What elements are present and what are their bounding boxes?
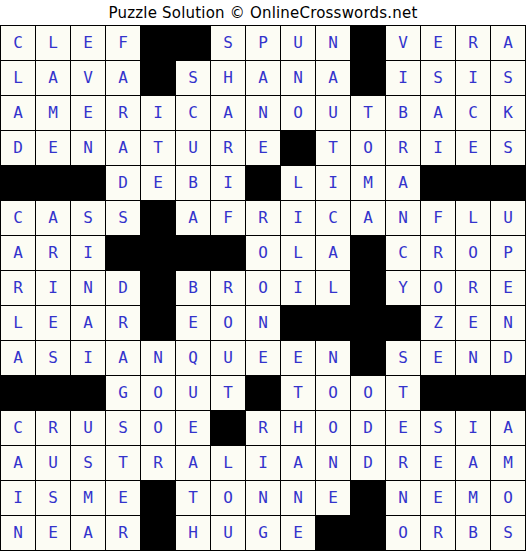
page-title: Puzzle Solution © OnlineCrosswords.net — [0, 0, 526, 25]
letter-cell-r3c11: T — [351, 96, 385, 130]
letter-cell-r6c6: A — [176, 201, 210, 235]
letter-cell-r1c9: U — [281, 26, 315, 60]
letter-cell-r8c7: R — [211, 271, 245, 305]
letter-cell-r7c15: P — [491, 236, 525, 270]
letter-cell-r1c2: L — [36, 26, 70, 60]
block-cell-r5c8 — [246, 166, 280, 200]
letter-cell-r11c9: T — [281, 376, 315, 410]
letter-cell-r3c13: A — [421, 96, 455, 130]
letter-cell-r13c14: A — [456, 446, 490, 480]
letter-cell-r12c13: S — [421, 411, 455, 445]
block-cell-r11c8 — [246, 376, 280, 410]
letter-cell-r15c2: E — [36, 516, 70, 550]
block-cell-r1c6 — [176, 26, 210, 60]
letter-cell-r6c4: S — [106, 201, 140, 235]
block-cell-r5c1 — [1, 166, 35, 200]
block-cell-r11c14 — [456, 376, 490, 410]
block-cell-r14c5 — [141, 481, 175, 515]
letter-cell-r8c6: B — [176, 271, 210, 305]
letter-cell-r7c10: A — [316, 236, 350, 270]
letter-cell-r4c11: O — [351, 131, 385, 165]
letter-cell-r6c8: R — [246, 201, 280, 235]
crossword-grid: CLEFSPUNVERALAVASHANAISISAMERICANOUTBACK… — [0, 25, 526, 551]
letter-cell-r6c2: A — [36, 201, 70, 235]
letter-cell-r14c4: E — [106, 481, 140, 515]
letter-cell-r4c14: E — [456, 131, 490, 165]
letter-cell-r10c3: I — [71, 341, 105, 375]
letter-cell-r1c10: N — [316, 26, 350, 60]
letter-cell-r10c7: U — [211, 341, 245, 375]
letter-cell-r12c1: C — [1, 411, 35, 445]
letter-cell-r13c8: I — [246, 446, 280, 480]
block-cell-r8c11 — [351, 271, 385, 305]
letter-cell-r1c13: E — [421, 26, 455, 60]
letter-cell-r3c14: C — [456, 96, 490, 130]
letter-cell-r1c14: R — [456, 26, 490, 60]
letter-cell-r6c11: A — [351, 201, 385, 235]
letter-cell-r13c11: D — [351, 446, 385, 480]
letter-cell-r9c1: L — [1, 306, 35, 340]
letter-cell-r5c7: I — [211, 166, 245, 200]
block-cell-r7c7 — [211, 236, 245, 270]
letter-cell-r2c2: A — [36, 61, 70, 95]
letter-cell-r13c9: A — [281, 446, 315, 480]
letter-cell-r3c10: U — [316, 96, 350, 130]
letter-cell-r4c5: T — [141, 131, 175, 165]
letter-cell-r3c12: B — [386, 96, 420, 130]
letter-cell-r8c15: E — [491, 271, 525, 305]
letter-cell-r13c10: N — [316, 446, 350, 480]
letter-cell-r5c9: L — [281, 166, 315, 200]
letter-cell-r1c7: S — [211, 26, 245, 60]
letter-cell-r2c13: S — [421, 61, 455, 95]
letter-cell-r13c1: A — [1, 446, 35, 480]
block-cell-r9c11 — [351, 306, 385, 340]
letter-cell-r15c4: R — [106, 516, 140, 550]
letter-cell-r3c5: I — [141, 96, 175, 130]
block-cell-r7c4 — [106, 236, 140, 270]
letter-cell-r7c3: I — [71, 236, 105, 270]
block-cell-r9c10 — [316, 306, 350, 340]
letter-cell-r8c3: N — [71, 271, 105, 305]
letter-cell-r13c13: E — [421, 446, 455, 480]
letter-cell-r12c11: D — [351, 411, 385, 445]
letter-cell-r1c3: E — [71, 26, 105, 60]
block-cell-r15c10 — [316, 516, 350, 550]
letter-cell-r8c13: O — [421, 271, 455, 305]
letter-cell-r9c3: A — [71, 306, 105, 340]
letter-cell-r11c7: T — [211, 376, 245, 410]
letter-cell-r14c8: N — [246, 481, 280, 515]
letter-cell-r7c12: C — [386, 236, 420, 270]
letter-cell-r12c12: E — [386, 411, 420, 445]
letter-cell-r5c10: I — [316, 166, 350, 200]
letter-cell-r3c1: A — [1, 96, 35, 130]
letter-cell-r1c1: C — [1, 26, 35, 60]
letter-cell-r13c4: T — [106, 446, 140, 480]
block-cell-r9c5 — [141, 306, 175, 340]
block-cell-r6c5 — [141, 201, 175, 235]
letter-cell-r6c3: S — [71, 201, 105, 235]
letter-cell-r10c14: N — [456, 341, 490, 375]
letter-cell-r3c2: M — [36, 96, 70, 130]
letter-cell-r12c6: E — [176, 411, 210, 445]
letter-cell-r11c12: T — [386, 376, 420, 410]
letter-cell-r14c12: N — [386, 481, 420, 515]
letter-cell-r13c2: U — [36, 446, 70, 480]
letter-cell-r6c1: C — [1, 201, 35, 235]
letter-cell-r4c15: S — [491, 131, 525, 165]
letter-cell-r9c15: N — [491, 306, 525, 340]
letter-cell-r13c3: S — [71, 446, 105, 480]
letter-cell-r11c6: U — [176, 376, 210, 410]
letter-cell-r10c4: A — [106, 341, 140, 375]
letter-cell-r5c6: B — [176, 166, 210, 200]
letter-cell-r13c15: M — [491, 446, 525, 480]
block-cell-r10c11 — [351, 341, 385, 375]
letter-cell-r6c14: L — [456, 201, 490, 235]
letter-cell-r10c15: D — [491, 341, 525, 375]
letter-cell-r4c4: A — [106, 131, 140, 165]
letter-cell-r7c14: O — [456, 236, 490, 270]
letter-cell-r6c12: N — [386, 201, 420, 235]
block-cell-r4c9 — [281, 131, 315, 165]
block-cell-r1c11 — [351, 26, 385, 60]
letter-cell-r7c2: R — [36, 236, 70, 270]
letter-cell-r2c12: I — [386, 61, 420, 95]
block-cell-r7c11 — [351, 236, 385, 270]
block-cell-r7c5 — [141, 236, 175, 270]
letter-cell-r9c8: N — [246, 306, 280, 340]
letter-cell-r10c5: N — [141, 341, 175, 375]
letter-cell-r8c10: L — [316, 271, 350, 305]
letter-cell-r11c5: O — [141, 376, 175, 410]
letter-cell-r3c7: A — [211, 96, 245, 130]
letter-cell-r15c12: O — [386, 516, 420, 550]
letter-cell-r12c8: R — [246, 411, 280, 445]
letter-cell-r12c4: S — [106, 411, 140, 445]
letter-cell-r12c5: O — [141, 411, 175, 445]
letter-cell-r5c11: M — [351, 166, 385, 200]
letter-cell-r4c13: I — [421, 131, 455, 165]
block-cell-r5c3 — [71, 166, 105, 200]
letter-cell-r7c1: A — [1, 236, 35, 270]
letter-cell-r8c2: I — [36, 271, 70, 305]
block-cell-r5c14 — [456, 166, 490, 200]
letter-cell-r2c3: V — [71, 61, 105, 95]
letter-cell-r2c8: A — [246, 61, 280, 95]
block-cell-r11c15 — [491, 376, 525, 410]
block-cell-r1c5 — [141, 26, 175, 60]
letter-cell-r11c11: O — [351, 376, 385, 410]
letter-cell-r4c2: E — [36, 131, 70, 165]
letter-cell-r15c1: N — [1, 516, 35, 550]
letter-cell-r9c7: O — [211, 306, 245, 340]
letter-cell-r10c6: Q — [176, 341, 210, 375]
letter-cell-r14c13: E — [421, 481, 455, 515]
letter-cell-r8c9: I — [281, 271, 315, 305]
letter-cell-r7c8: O — [246, 236, 280, 270]
letter-cell-r11c4: G — [106, 376, 140, 410]
letter-cell-r14c10: E — [316, 481, 350, 515]
letter-cell-r15c8: G — [246, 516, 280, 550]
letter-cell-r2c15: S — [491, 61, 525, 95]
block-cell-r7c6 — [176, 236, 210, 270]
letter-cell-r4c8: E — [246, 131, 280, 165]
letter-cell-r15c9: E — [281, 516, 315, 550]
block-cell-r5c2 — [36, 166, 70, 200]
letter-cell-r8c14: R — [456, 271, 490, 305]
letter-cell-r3c8: N — [246, 96, 280, 130]
letter-cell-r15c3: A — [71, 516, 105, 550]
letter-cell-r4c10: T — [316, 131, 350, 165]
letter-cell-r14c2: S — [36, 481, 70, 515]
letter-cell-r5c4: D — [106, 166, 140, 200]
letter-cell-r8c4: D — [106, 271, 140, 305]
letter-cell-r3c4: R — [106, 96, 140, 130]
letter-cell-r5c5: E — [141, 166, 175, 200]
letter-cell-r15c7: U — [211, 516, 245, 550]
block-cell-r12c7 — [211, 411, 245, 445]
letter-cell-r12c14: I — [456, 411, 490, 445]
letter-cell-r4c1: D — [1, 131, 35, 165]
letter-cell-r2c6: S — [176, 61, 210, 95]
letter-cell-r6c10: C — [316, 201, 350, 235]
block-cell-r11c2 — [36, 376, 70, 410]
letter-cell-r9c6: E — [176, 306, 210, 340]
block-cell-r9c9 — [281, 306, 315, 340]
block-cell-r8c5 — [141, 271, 175, 305]
letter-cell-r12c10: O — [316, 411, 350, 445]
letter-cell-r13c7: L — [211, 446, 245, 480]
letter-cell-r2c10: A — [316, 61, 350, 95]
letter-cell-r14c7: O — [211, 481, 245, 515]
letter-cell-r8c8: O — [246, 271, 280, 305]
letter-cell-r4c3: N — [71, 131, 105, 165]
letter-cell-r14c3: M — [71, 481, 105, 515]
letter-cell-r14c9: N — [281, 481, 315, 515]
letter-cell-r13c12: R — [386, 446, 420, 480]
letter-cell-r2c4: A — [106, 61, 140, 95]
block-cell-r11c3 — [71, 376, 105, 410]
letter-cell-r10c8: E — [246, 341, 280, 375]
letter-cell-r11c10: O — [316, 376, 350, 410]
letter-cell-r15c6: H — [176, 516, 210, 550]
letter-cell-r12c15: A — [491, 411, 525, 445]
letter-cell-r7c13: R — [421, 236, 455, 270]
letter-cell-r12c9: H — [281, 411, 315, 445]
letter-cell-r1c15: A — [491, 26, 525, 60]
letter-cell-r10c10: N — [316, 341, 350, 375]
letter-cell-r12c3: U — [71, 411, 105, 445]
letter-cell-r14c6: T — [176, 481, 210, 515]
letter-cell-r15c13: R — [421, 516, 455, 550]
letter-cell-r6c13: F — [421, 201, 455, 235]
block-cell-r5c13 — [421, 166, 455, 200]
letter-cell-r1c8: P — [246, 26, 280, 60]
letter-cell-r13c5: R — [141, 446, 175, 480]
letter-cell-r6c15: U — [491, 201, 525, 235]
block-cell-r14c11 — [351, 481, 385, 515]
letter-cell-r14c15: O — [491, 481, 525, 515]
letter-cell-r2c1: L — [1, 61, 35, 95]
letter-cell-r2c9: N — [281, 61, 315, 95]
letter-cell-r1c12: V — [386, 26, 420, 60]
letter-cell-r6c9: I — [281, 201, 315, 235]
letter-cell-r10c13: E — [421, 341, 455, 375]
letter-cell-r8c1: R — [1, 271, 35, 305]
block-cell-r2c5 — [141, 61, 175, 95]
letter-cell-r9c4: R — [106, 306, 140, 340]
letter-cell-r3c3: E — [71, 96, 105, 130]
letter-cell-r12c2: R — [36, 411, 70, 445]
letter-cell-r1c4: F — [106, 26, 140, 60]
letter-cell-r7c9: L — [281, 236, 315, 270]
letter-cell-r4c6: U — [176, 131, 210, 165]
letter-cell-r9c13: Z — [421, 306, 455, 340]
letter-cell-r8c12: Y — [386, 271, 420, 305]
letter-cell-r9c2: E — [36, 306, 70, 340]
letter-cell-r15c14: B — [456, 516, 490, 550]
letter-cell-r15c15: S — [491, 516, 525, 550]
block-cell-r11c1 — [1, 376, 35, 410]
letter-cell-r10c9: E — [281, 341, 315, 375]
letter-cell-r3c15: K — [491, 96, 525, 130]
letter-cell-r6c7: F — [211, 201, 245, 235]
block-cell-r5c15 — [491, 166, 525, 200]
letter-cell-r9c14: E — [456, 306, 490, 340]
letter-cell-r4c7: R — [211, 131, 245, 165]
letter-cell-r2c7: H — [211, 61, 245, 95]
block-cell-r15c11 — [351, 516, 385, 550]
letter-cell-r14c1: I — [1, 481, 35, 515]
letter-cell-r14c14: M — [456, 481, 490, 515]
letter-cell-r3c6: C — [176, 96, 210, 130]
puzzle-solution-page: Puzzle Solution © OnlineCrosswords.net C… — [0, 0, 526, 551]
letter-cell-r5c12: A — [386, 166, 420, 200]
letter-cell-r10c1: A — [1, 341, 35, 375]
block-cell-r9c12 — [386, 306, 420, 340]
block-cell-r11c13 — [421, 376, 455, 410]
letter-cell-r2c14: I — [456, 61, 490, 95]
block-cell-r2c11 — [351, 61, 385, 95]
letter-cell-r10c2: S — [36, 341, 70, 375]
letter-cell-r3c9: O — [281, 96, 315, 130]
letter-cell-r10c12: S — [386, 341, 420, 375]
letter-cell-r4c12: R — [386, 131, 420, 165]
block-cell-r15c5 — [141, 516, 175, 550]
letter-cell-r13c6: A — [176, 446, 210, 480]
